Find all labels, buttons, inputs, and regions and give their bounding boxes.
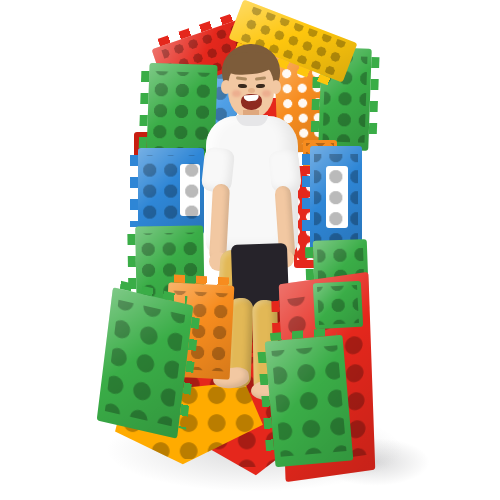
child-teeth (244, 95, 259, 102)
child (0, 0, 500, 500)
front-right-green-cap (313, 281, 363, 329)
block-teeth (174, 275, 230, 286)
front-left-green-wall (97, 287, 194, 439)
child-nose (248, 88, 255, 93)
child-cheek-right (262, 90, 271, 97)
product-photo (0, 0, 500, 500)
front-right-green-panel (265, 335, 354, 467)
child-cheek-left (232, 90, 241, 97)
